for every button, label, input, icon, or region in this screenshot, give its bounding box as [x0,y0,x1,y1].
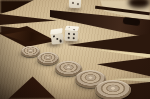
backgammon-board-photo [0,0,150,99]
die-front-face [64,30,78,41]
die-pip [52,35,54,37]
die-pip [68,26,70,28]
right-die[interactable] [64,26,78,42]
die-pip [56,38,58,40]
checker[interactable] [95,80,131,99]
edge-die[interactable] [69,0,81,8]
checker[interactable] [37,52,59,65]
die-pip [73,33,75,35]
die-pip [73,37,75,39]
die-pip [67,37,69,39]
die-pip [67,32,69,34]
